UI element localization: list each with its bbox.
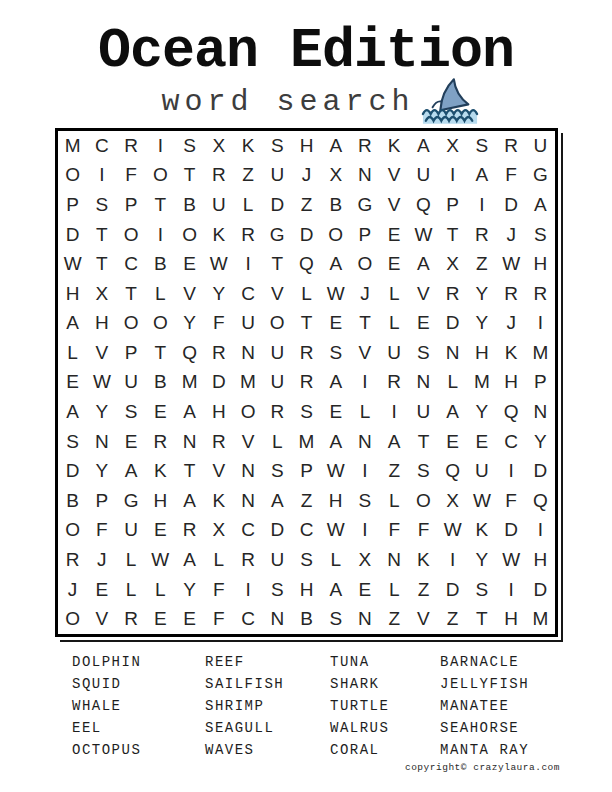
grid-cell-r15c3[interactable]: L (116, 545, 145, 575)
grid-cell-r6c10[interactable]: W (321, 279, 350, 309)
grid-cell-r8c7[interactable]: N (233, 338, 262, 368)
grid-cell-r10c8[interactable]: R (263, 397, 292, 427)
copyright-text: copyright© crazylaura.com (405, 762, 560, 773)
grid-cell-r13c13[interactable]: O (409, 486, 438, 516)
grid-cell-r10c1[interactable]: A (58, 397, 87, 427)
grid-cell-r1c8[interactable]: S (263, 131, 292, 161)
grid-cell-r6c17[interactable]: R (526, 279, 555, 309)
grid-cell-r13c16[interactable]: F (497, 486, 526, 516)
grid-cell-r13c17[interactable]: Q (526, 486, 555, 516)
grid-cell-r2c2[interactable]: I (87, 161, 116, 191)
grid-cell-r5c15[interactable]: Z (467, 249, 496, 279)
grid-cell-r17c5[interactable]: E (175, 604, 204, 634)
grid-cell-r3c7[interactable]: L (233, 190, 262, 220)
grid-cell-r10c14[interactable]: A (438, 397, 467, 427)
grid-cell-r4c17[interactable]: S (526, 220, 555, 250)
grid-cell-r17c10[interactable]: S (321, 604, 350, 634)
grid-cell-r11c6[interactable]: R (204, 427, 233, 457)
grid-cell-r3c16[interactable]: D (497, 190, 526, 220)
grid-cell-r4c11[interactable]: P (350, 220, 379, 250)
grid-cell-r1c10[interactable]: A (321, 131, 350, 161)
grid-cell-r15c1[interactable]: R (58, 545, 87, 575)
word-item: WAVES (205, 739, 284, 761)
grid-cell-r7c16[interactable]: J (497, 309, 526, 339)
grid-cell-r13c12[interactable]: L (380, 486, 409, 516)
grid-cell-r2c7[interactable]: Z (233, 161, 262, 191)
grid-cell-r11c17[interactable]: Y (526, 427, 555, 457)
grid-cell-r2c5[interactable]: T (175, 161, 204, 191)
grid-cell-r15c12[interactable]: N (380, 545, 409, 575)
grid-cell-r16c3[interactable]: L (116, 575, 145, 605)
grid-cell-r10c5[interactable]: A (175, 397, 204, 427)
grid-cell-r8c5[interactable]: Q (175, 338, 204, 368)
grid-cell-r4c3[interactable]: O (116, 220, 145, 250)
grid-cell-r9c9[interactable]: R (292, 368, 321, 398)
grid-cell-r2c17[interactable]: G (526, 161, 555, 191)
grid-cell-r8c4[interactable]: T (146, 338, 175, 368)
grid-cell-r11c12[interactable]: A (380, 427, 409, 457)
grid-cell-r17c2[interactable]: V (87, 604, 116, 634)
grid-cell-r17c17[interactable]: M (526, 604, 555, 634)
grid-cell-r1c2[interactable]: C (87, 131, 116, 161)
grid-cell-r13c11[interactable]: S (350, 486, 379, 516)
grid-cell-r8c12[interactable]: U (380, 338, 409, 368)
grid-cell-r1c6[interactable]: X (204, 131, 233, 161)
grid-cell-r8c10[interactable]: S (321, 338, 350, 368)
grid-cell-r16c10[interactable]: A (321, 575, 350, 605)
grid-cell-r17c13[interactable]: V (409, 604, 438, 634)
word-list-column-3: TUNASHARKTURTLEWALRUSCORAL (330, 651, 389, 761)
grid-cell-r16c15[interactable]: S (467, 575, 496, 605)
grid-cell-r1c15[interactable]: S (467, 131, 496, 161)
grid-cell-r5c5[interactable]: E (175, 249, 204, 279)
grid-cell-r5c9[interactable]: Q (292, 249, 321, 279)
grid-cell-r16c5[interactable]: Y (175, 575, 204, 605)
grid-cell-r8c14[interactable]: N (438, 338, 467, 368)
word-item: SQUID (72, 673, 141, 695)
grid-cell-r11c15[interactable]: E (467, 427, 496, 457)
grid-cell-r11c4[interactable]: R (146, 427, 175, 457)
grid-cell-r13c4[interactable]: H (146, 486, 175, 516)
grid-cell-r14c17[interactable]: I (526, 516, 555, 546)
grid-cell-r11c9[interactable]: M (292, 427, 321, 457)
grid-cell-r15c16[interactable]: W (497, 545, 526, 575)
grid-cell-r17c16[interactable]: H (497, 604, 526, 634)
grid-cell-r9c15[interactable]: M (467, 368, 496, 398)
grid-cell-r11c2[interactable]: N (87, 427, 116, 457)
grid-cell-r11c11[interactable]: N (350, 427, 379, 457)
word-item: REEF (205, 651, 284, 673)
grid-cell-r14c2[interactable]: F (87, 516, 116, 546)
grid-cell-r7c12[interactable]: L (380, 309, 409, 339)
grid-cell-r17c6[interactable]: F (204, 604, 233, 634)
grid-cell-r11c8[interactable]: L (263, 427, 292, 457)
grid-cell-r15c9[interactable]: S (292, 545, 321, 575)
grid-cell-r13c3[interactable]: G (116, 486, 145, 516)
grid-cell-r14c6[interactable]: X (204, 516, 233, 546)
grid-cell-r11c7[interactable]: V (233, 427, 262, 457)
grid-cell-r12c3[interactable]: A (116, 456, 145, 486)
grid-cell-r11c14[interactable]: E (438, 427, 467, 457)
grid-cell-r7c11[interactable]: T (350, 309, 379, 339)
grid-cell-r1c11[interactable]: R (350, 131, 379, 161)
grid-cell-r17c3[interactable]: R (116, 604, 145, 634)
grid-cell-r3c1[interactable]: P (58, 190, 87, 220)
grid-cell-r16c7[interactable]: I (233, 575, 262, 605)
grid-cell-r3c9[interactable]: Z (292, 190, 321, 220)
grid-cell-r12c7[interactable]: N (233, 456, 262, 486)
grid-cell-r8c8[interactable]: U (263, 338, 292, 368)
grid-cell-r16c2[interactable]: E (87, 575, 116, 605)
grid-cell-r8c2[interactable]: V (87, 338, 116, 368)
grid-cell-r1c1[interactable]: M (58, 131, 87, 161)
grid-cell-r9c8[interactable]: U (263, 368, 292, 398)
grid-cell-r2c8[interactable]: U (263, 161, 292, 191)
grid-cell-r4c2[interactable]: T (87, 220, 116, 250)
grid-cell-r6c4[interactable]: L (146, 279, 175, 309)
grid-cell-r1c16[interactable]: R (497, 131, 526, 161)
grid-cell-r10c13[interactable]: U (409, 397, 438, 427)
grid-cell-r9c4[interactable]: B (146, 368, 175, 398)
grid-cell-r15c15[interactable]: Y (467, 545, 496, 575)
grid-cell-r16c17[interactable]: D (526, 575, 555, 605)
grid-cell-r4c12[interactable]: E (380, 220, 409, 250)
grid-cell-r16c1[interactable]: J (58, 575, 87, 605)
word-item: TUNA (330, 651, 389, 673)
grid-cell-r6c1[interactable]: H (58, 279, 87, 309)
grid-cell-r10c12[interactable]: I (380, 397, 409, 427)
grid-cell-r11c10[interactable]: A (321, 427, 350, 457)
grid-cell-r2c1[interactable]: O (58, 161, 87, 191)
grid-cell-r9c17[interactable]: P (526, 368, 555, 398)
grid-cell-r1c9[interactable]: H (292, 131, 321, 161)
grid-cell-r14c10[interactable]: W (321, 516, 350, 546)
grid-cell-r6c3[interactable]: T (116, 279, 145, 309)
grid-cell-r14c15[interactable]: K (467, 516, 496, 546)
grid-cell-r2c12[interactable]: V (380, 161, 409, 191)
grid-cell-r1c13[interactable]: A (409, 131, 438, 161)
grid-cell-r10c10[interactable]: E (321, 397, 350, 427)
grid-cell-r15c8[interactable]: U (263, 545, 292, 575)
grid-cell-r9c1[interactable]: E (58, 368, 87, 398)
grid-cell-r10c3[interactable]: S (116, 397, 145, 427)
grid-cell-r4c8[interactable]: G (263, 220, 292, 250)
grid-cell-r6c7[interactable]: C (233, 279, 262, 309)
grid-cell-r13c6[interactable]: K (204, 486, 233, 516)
grid-cell-r8c1[interactable]: L (58, 338, 87, 368)
word-item: SEAHORSE (440, 717, 529, 739)
grid-cell-r9c3[interactable]: U (116, 368, 145, 398)
grid-cell-r2c10[interactable]: X (321, 161, 350, 191)
grid-cell-r4c4[interactable]: I (146, 220, 175, 250)
grid-cell-r17c15[interactable]: T (467, 604, 496, 634)
grid-cell-r15c4[interactable]: W (146, 545, 175, 575)
grid-cell-r13c15[interactable]: W (467, 486, 496, 516)
grid-cell-r3c15[interactable]: I (467, 190, 496, 220)
grid-cell-r13c9[interactable]: Z (292, 486, 321, 516)
word-item: JELLYFISH (440, 673, 529, 695)
grid-cell-r5c16[interactable]: W (497, 249, 526, 279)
grid-cell-r16c13[interactable]: Z (409, 575, 438, 605)
grid-cell-r5c14[interactable]: X (438, 249, 467, 279)
grid-cell-r15c7[interactable]: R (233, 545, 262, 575)
grid-cell-r3c4[interactable]: T (146, 190, 175, 220)
grid-cell-r7c10[interactable]: E (321, 309, 350, 339)
grid-cell-r12c16[interactable]: I (497, 456, 526, 486)
grid-cell-r14c3[interactable]: U (116, 516, 145, 546)
grid-cell-r15c11[interactable]: X (350, 545, 379, 575)
grid-cell-r4c14[interactable]: T (438, 220, 467, 250)
grid-cell-r8c9[interactable]: R (292, 338, 321, 368)
grid-cell-r9c2[interactable]: W (87, 368, 116, 398)
grid-cell-r3c5[interactable]: B (175, 190, 204, 220)
grid-cell-r16c6[interactable]: F (204, 575, 233, 605)
grid-cell-r9c16[interactable]: H (497, 368, 526, 398)
grid-cell-r10c2[interactable]: Y (87, 397, 116, 427)
grid-cell-r10c6[interactable]: H (204, 397, 233, 427)
grid-cell-r8c16[interactable]: K (497, 338, 526, 368)
grid-cell-r16c9[interactable]: H (292, 575, 321, 605)
grid-cell-r17c14[interactable]: Z (438, 604, 467, 634)
grid-cell-r7c13[interactable]: E (409, 309, 438, 339)
grid-cell-r12c12[interactable]: Z (380, 456, 409, 486)
grid-cell-r6c8[interactable]: V (263, 279, 292, 309)
grid-cell-r7c9[interactable]: T (292, 309, 321, 339)
grid-cell-r9c7[interactable]: M (233, 368, 262, 398)
grid-cell-r3c8[interactable]: D (263, 190, 292, 220)
grid-cell-r6c12[interactable]: L (380, 279, 409, 309)
grid-cell-r15c17[interactable]: H (526, 545, 555, 575)
grid-cell-r4c10[interactable]: O (321, 220, 350, 250)
grid-cell-r2c9[interactable]: J (292, 161, 321, 191)
grid-cell-r14c4[interactable]: E (146, 516, 175, 546)
grid-cell-r14c11[interactable]: I (350, 516, 379, 546)
grid-cell-r3c11[interactable]: G (350, 190, 379, 220)
grid-cell-r1c17[interactable]: U (526, 131, 555, 161)
grid-cell-r6c5[interactable]: V (175, 279, 204, 309)
grid-cell-r12c8[interactable]: S (263, 456, 292, 486)
grid-cell-r6c9[interactable]: L (292, 279, 321, 309)
grid-cell-r4c15[interactable]: R (467, 220, 496, 250)
grid-cell-r10c15[interactable]: Y (467, 397, 496, 427)
grid-cell-r8c6[interactable]: R (204, 338, 233, 368)
grid-cell-r12c10[interactable]: W (321, 456, 350, 486)
grid-cell-r8c15[interactable]: H (467, 338, 496, 368)
grid-cell-r4c5[interactable]: O (175, 220, 204, 250)
grid-cell-r1c5[interactable]: S (175, 131, 204, 161)
grid-cell-r1c12[interactable]: K (380, 131, 409, 161)
grid-cell-r7c5[interactable]: Y (175, 309, 204, 339)
grid-cell-r12c11[interactable]: I (350, 456, 379, 486)
grid-cell-r4c13[interactable]: W (409, 220, 438, 250)
grid-cell-r17c9[interactable]: B (292, 604, 321, 634)
grid-cell-r9c6[interactable]: D (204, 368, 233, 398)
grid-cell-r11c13[interactable]: T (409, 427, 438, 457)
grid-cell-r7c1[interactable]: A (58, 309, 87, 339)
grid-cell-r16c8[interactable]: S (263, 575, 292, 605)
grid-cell-r1c14[interactable]: X (438, 131, 467, 161)
grid-cell-r7c14[interactable]: D (438, 309, 467, 339)
grid-cell-r12c9[interactable]: P (292, 456, 321, 486)
grid-cell-r1c4[interactable]: I (146, 131, 175, 161)
grid-cell-r4c1[interactable]: D (58, 220, 87, 250)
grid-cell-r14c9[interactable]: C (292, 516, 321, 546)
grid-cell-r11c16[interactable]: C (497, 427, 526, 457)
grid-cell-r13c2[interactable]: P (87, 486, 116, 516)
grid-cell-r5c13[interactable]: A (409, 249, 438, 279)
grid-cell-r11c3[interactable]: E (116, 427, 145, 457)
grid-cell-r14c1[interactable]: O (58, 516, 87, 546)
grid-cell-r1c3[interactable]: R (116, 131, 145, 161)
grid-cell-r15c10[interactable]: L (321, 545, 350, 575)
grid-cell-r4c16[interactable]: J (497, 220, 526, 250)
grid-cell-r9c5[interactable]: M (175, 368, 204, 398)
grid-cell-r9c10[interactable]: A (321, 368, 350, 398)
subtitle-row: word search (14, 78, 612, 119)
grid-cell-r9c13[interactable]: N (409, 368, 438, 398)
grid-cell-r2c11[interactable]: N (350, 161, 379, 191)
grid-cell-r14c8[interactable]: D (263, 516, 292, 546)
grid-cell-r17c1[interactable]: O (58, 604, 87, 634)
grid-cell-r11c1[interactable]: S (58, 427, 87, 457)
grid-cell-r4c7[interactable]: R (233, 220, 262, 250)
grid-cell-r15c2[interactable]: J (87, 545, 116, 575)
grid-cell-r6c11[interactable]: J (350, 279, 379, 309)
grid-cell-r9c12[interactable]: R (380, 368, 409, 398)
grid-cell-r2c16[interactable]: F (497, 161, 526, 191)
grid-cell-r14c7[interactable]: C (233, 516, 262, 546)
grid-cell-r7c7[interactable]: U (233, 309, 262, 339)
grid-cell-r8c17[interactable]: M (526, 338, 555, 368)
grid-cell-r8c3[interactable]: P (116, 338, 145, 368)
grid-cell-r3c10[interactable]: B (321, 190, 350, 220)
grid-cell-r17c4[interactable]: E (146, 604, 175, 634)
grid-cell-r7c8[interactable]: O (263, 309, 292, 339)
word-item: MANTA RAY (440, 739, 529, 761)
grid-cell-r12c5[interactable]: T (175, 456, 204, 486)
grid-cell-r6c15[interactable]: Y (467, 279, 496, 309)
grid-cell-r5c6[interactable]: W (204, 249, 233, 279)
grid-cell-r7c4[interactable]: O (146, 309, 175, 339)
grid-cell-r11c5[interactable]: N (175, 427, 204, 457)
grid-cell-r5c4[interactable]: B (146, 249, 175, 279)
grid-cell-r5c11[interactable]: O (350, 249, 379, 279)
grid-cell-r5c2[interactable]: T (87, 249, 116, 279)
grid-cell-r2c3[interactable]: F (116, 161, 145, 191)
grid-cell-r13c1[interactable]: B (58, 486, 87, 516)
grid-cell-r17c8[interactable]: N (263, 604, 292, 634)
grid-cell-r9c14[interactable]: L (438, 368, 467, 398)
grid-cell-r16c11[interactable]: E (350, 575, 379, 605)
grid-cell-r6c6[interactable]: Y (204, 279, 233, 309)
grid-cell-r5c3[interactable]: C (116, 249, 145, 279)
grid-cell-r5c7[interactable]: I (233, 249, 262, 279)
grid-cell-r17c12[interactable]: Z (380, 604, 409, 634)
grid-cell-r7c3[interactable]: O (116, 309, 145, 339)
grid-cell-r14c16[interactable]: D (497, 516, 526, 546)
grid-cell-r15c5[interactable]: A (175, 545, 204, 575)
grid-cell-r13c5[interactable]: A (175, 486, 204, 516)
grid-cell-r5c1[interactable]: W (58, 249, 87, 279)
grid-cell-r6c16[interactable]: R (497, 279, 526, 309)
grid-cell-r8c13[interactable]: S (409, 338, 438, 368)
grid-cell-r12c6[interactable]: V (204, 456, 233, 486)
word-item: BARNACLE (440, 651, 529, 673)
grid-cell-r16c4[interactable]: L (146, 575, 175, 605)
grid-cell-r2c4[interactable]: O (146, 161, 175, 191)
grid-cell-r12c15[interactable]: U (467, 456, 496, 486)
grid-cell-r9c11[interactable]: I (350, 368, 379, 398)
grid-cell-r3c17[interactable]: A (526, 190, 555, 220)
grid-cell-r8c11[interactable]: V (350, 338, 379, 368)
grid-cell-r3c12[interactable]: V (380, 190, 409, 220)
grid-cell-r2c13[interactable]: U (409, 161, 438, 191)
grid-cell-r16c14[interactable]: D (438, 575, 467, 605)
grid-cell-r3c3[interactable]: P (116, 190, 145, 220)
grid-cell-r5c8[interactable]: T (263, 249, 292, 279)
grid-cell-r10c11[interactable]: L (350, 397, 379, 427)
grid-cell-r1c7[interactable]: K (233, 131, 262, 161)
grid-cell-r12c4[interactable]: K (146, 456, 175, 486)
grid-cell-r13c8[interactable]: A (263, 486, 292, 516)
grid-cell-r13c14[interactable]: X (438, 486, 467, 516)
grid-cell-r14c14[interactable]: W (438, 516, 467, 546)
grid-cell-r7c15[interactable]: Y (467, 309, 496, 339)
grid-cell-r10c9[interactable]: S (292, 397, 321, 427)
grid-cell-r5c17[interactable]: H (526, 249, 555, 279)
grid-cell-r6c2[interactable]: X (87, 279, 116, 309)
grid-cell-r5c12[interactable]: E (380, 249, 409, 279)
grid-cell-r3c2[interactable]: S (87, 190, 116, 220)
grid-cell-r16c12[interactable]: L (380, 575, 409, 605)
grid-cell-r14c12[interactable]: F (380, 516, 409, 546)
grid-cell-r5c10[interactable]: A (321, 249, 350, 279)
grid-cell-r10c16[interactable]: Q (497, 397, 526, 427)
grid-cell-r10c17[interactable]: N (526, 397, 555, 427)
grid-cell-r7c2[interactable]: H (87, 309, 116, 339)
grid-cell-r10c4[interactable]: E (146, 397, 175, 427)
grid-cell-r12c17[interactable]: D (526, 456, 555, 486)
grid-cell-r4c6[interactable]: K (204, 220, 233, 250)
grid-cell-r14c5[interactable]: R (175, 516, 204, 546)
grid-cell-r3c13[interactable]: Q (409, 190, 438, 220)
grid-cell-r4c9[interactable]: D (292, 220, 321, 250)
grid-cell-r16c16[interactable]: I (497, 575, 526, 605)
grid-cell-r13c7[interactable]: N (233, 486, 262, 516)
grid-cell-r7c17[interactable]: I (526, 309, 555, 339)
grid-cell-r7c6[interactable]: F (204, 309, 233, 339)
grid-cell-r17c11[interactable]: N (350, 604, 379, 634)
grid-cell-r6c13[interactable]: V (409, 279, 438, 309)
grid-cell-r12c2[interactable]: Y (87, 456, 116, 486)
grid-cell-r2c6[interactable]: R (204, 161, 233, 191)
grid-cell-r15c13[interactable]: K (409, 545, 438, 575)
grid-cell-r12c14[interactable]: Q (438, 456, 467, 486)
grid-cell-r13c10[interactable]: H (321, 486, 350, 516)
grid-cell-r10c7[interactable]: O (233, 397, 262, 427)
grid-cell-r14c13[interactable]: F (409, 516, 438, 546)
grid-cell-r3c14[interactable]: P (438, 190, 467, 220)
grid-cell-r2c14[interactable]: I (438, 161, 467, 191)
grid-cell-r15c14[interactable]: I (438, 545, 467, 575)
grid-cell-r2c15[interactable]: A (467, 161, 496, 191)
grid-cell-r12c1[interactable]: D (58, 456, 87, 486)
grid-cell-r15c6[interactable]: L (204, 545, 233, 575)
grid-cell-r3c6[interactable]: U (204, 190, 233, 220)
grid-cell-r12c13[interactable]: S (409, 456, 438, 486)
grid-cell-r6c14[interactable]: R (438, 279, 467, 309)
grid-cell-r17c7[interactable]: C (233, 604, 262, 634)
